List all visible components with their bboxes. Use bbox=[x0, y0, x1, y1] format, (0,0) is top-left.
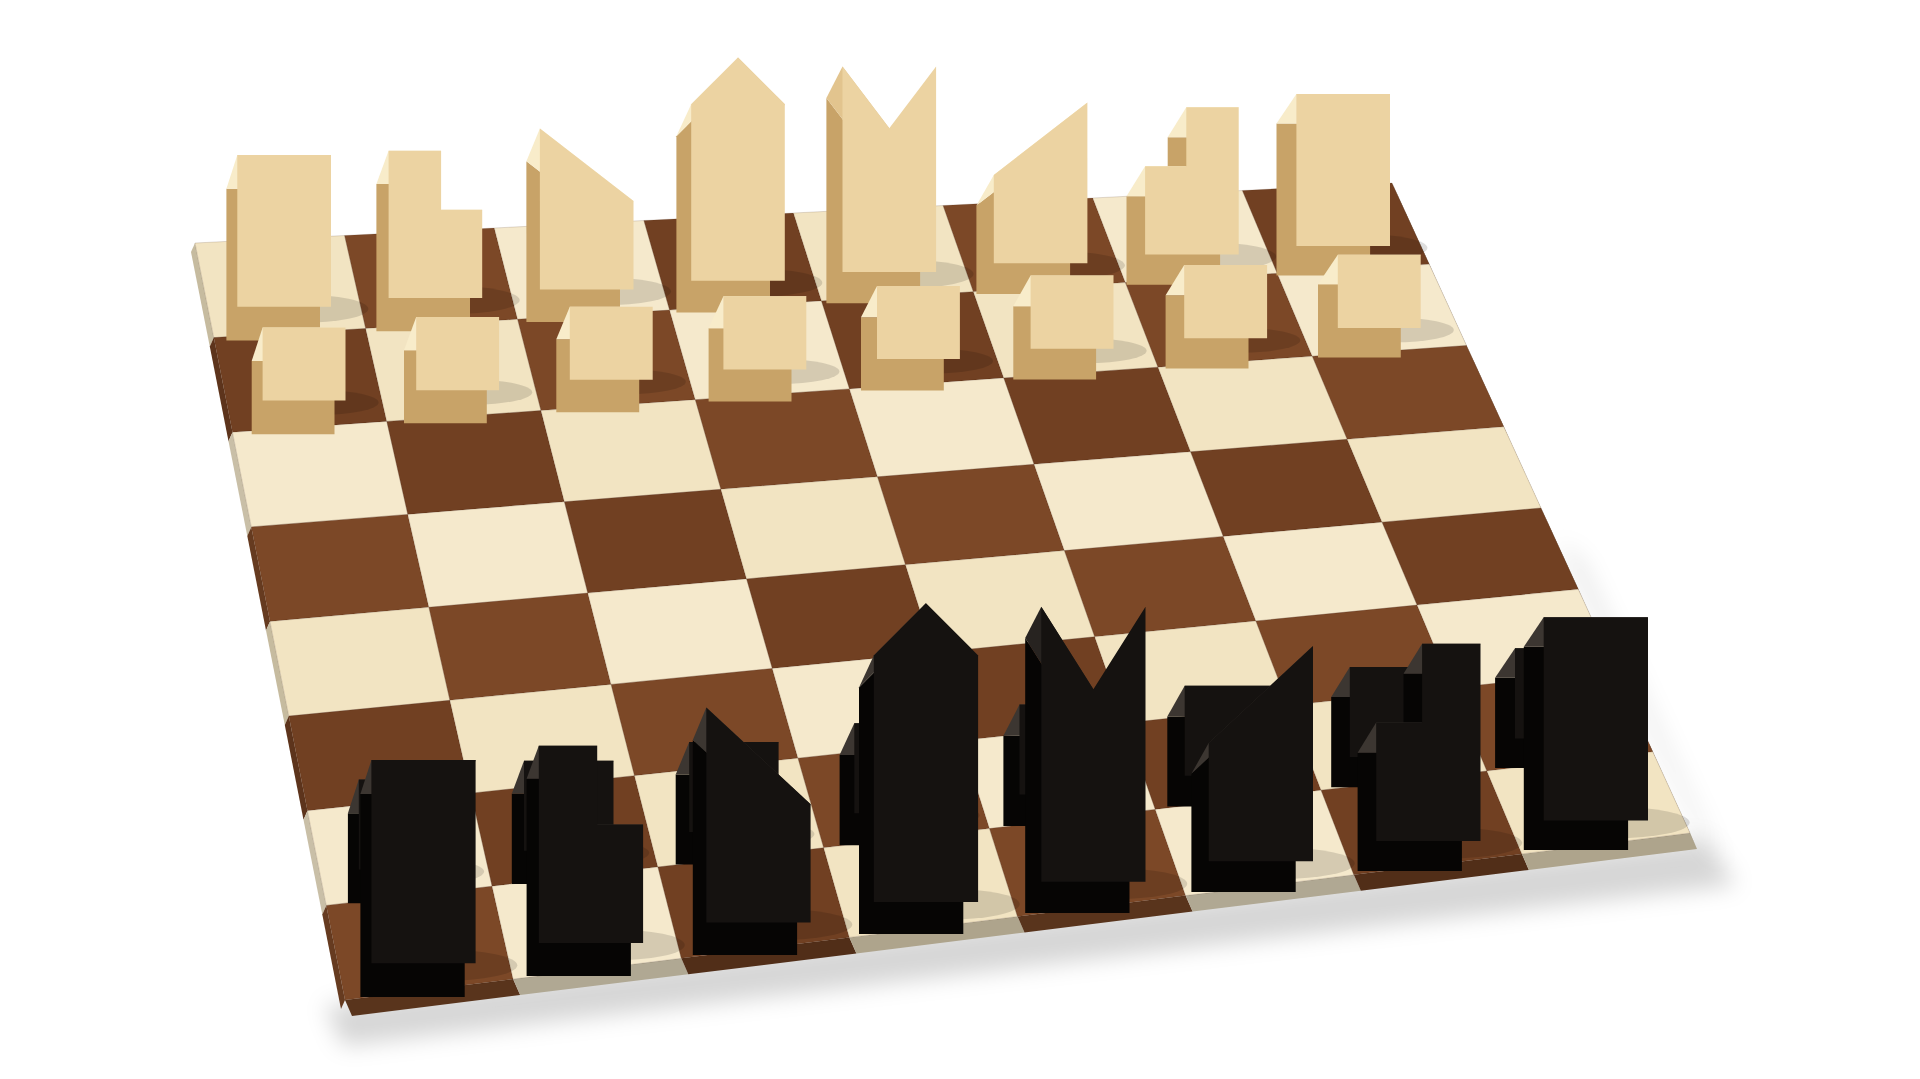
square-a4 bbox=[1347, 427, 1541, 522]
square-c4 bbox=[1034, 452, 1223, 551]
piece-white-rook-a1 bbox=[1277, 94, 1428, 275]
square-e3 bbox=[695, 389, 877, 489]
square-g3 bbox=[387, 411, 565, 515]
square-f4 bbox=[564, 489, 746, 593]
photo-canvas bbox=[0, 0, 1920, 1079]
square-h5 bbox=[270, 607, 450, 716]
chessboard-scene bbox=[0, 0, 1920, 1079]
square-e4 bbox=[721, 477, 906, 579]
square-h3 bbox=[233, 421, 408, 527]
square-b5 bbox=[1223, 522, 1417, 621]
square-c5 bbox=[1064, 536, 1256, 636]
square-a5 bbox=[1382, 508, 1578, 605]
square-c3 bbox=[1004, 367, 1191, 464]
piece-white-queen-d1 bbox=[826, 67, 973, 304]
square-a3 bbox=[1312, 346, 1504, 440]
square-d3 bbox=[850, 378, 1035, 477]
piece-white-king-e1 bbox=[676, 57, 822, 312]
square-f5 bbox=[588, 579, 773, 685]
square-f3 bbox=[541, 400, 721, 502]
square-d4 bbox=[878, 464, 1065, 565]
square-g4 bbox=[408, 502, 588, 608]
square-g5 bbox=[429, 593, 611, 700]
piece-black-rook-a8 bbox=[1524, 617, 1690, 850]
square-h4 bbox=[251, 514, 429, 621]
